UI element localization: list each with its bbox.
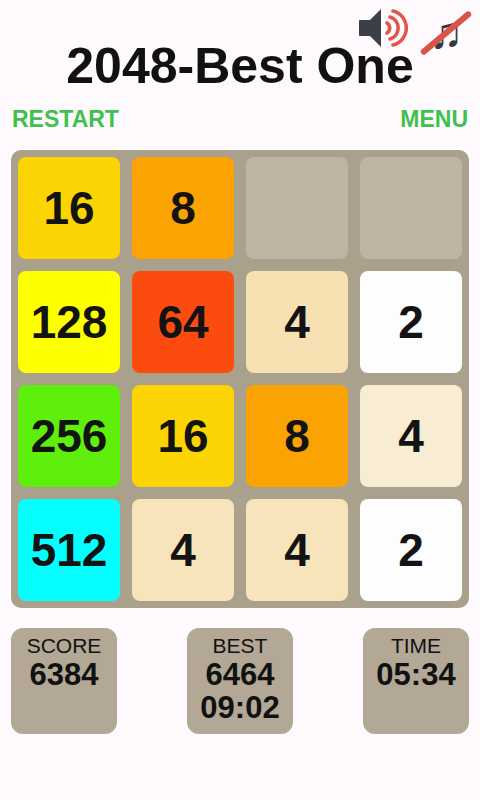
screen: ♫ 2048-Best One RESTART MENU 16812864422… bbox=[0, 40, 480, 734]
tile-256: 256 bbox=[18, 385, 120, 487]
tile-512: 512 bbox=[18, 499, 120, 601]
tile-64: 64 bbox=[132, 271, 234, 373]
tile-4: 4 bbox=[132, 499, 234, 601]
score-label: SCORE bbox=[11, 634, 117, 658]
time-value: 05:34 bbox=[363, 658, 469, 691]
tile-8: 8 bbox=[246, 385, 348, 487]
score-box: SCORE 6384 bbox=[11, 628, 117, 734]
tile-4: 4 bbox=[246, 499, 348, 601]
empty-cell bbox=[360, 157, 462, 259]
best-time-value: 09:02 bbox=[187, 691, 293, 724]
tile-4: 4 bbox=[246, 271, 348, 373]
board-grid[interactable]: 16812864422561684512442 bbox=[11, 150, 469, 608]
restart-button[interactable]: RESTART bbox=[12, 106, 119, 133]
empty-cell bbox=[246, 157, 348, 259]
tile-4: 4 bbox=[360, 385, 462, 487]
tile-2: 2 bbox=[360, 271, 462, 373]
time-box: TIME 05:34 bbox=[363, 628, 469, 734]
best-label: BEST bbox=[187, 634, 293, 658]
menu-button[interactable]: MENU bbox=[400, 106, 468, 133]
tile-16: 16 bbox=[132, 385, 234, 487]
best-box: BEST 6464 09:02 bbox=[187, 628, 293, 734]
score-value: 6384 bbox=[11, 658, 117, 691]
best-score-value: 6464 bbox=[187, 658, 293, 691]
tile-8: 8 bbox=[132, 157, 234, 259]
sound-on-icon[interactable] bbox=[358, 5, 408, 51]
tile-16: 16 bbox=[18, 157, 120, 259]
menu-row: RESTART MENU bbox=[0, 106, 480, 133]
tile-2: 2 bbox=[360, 499, 462, 601]
music-muted-icon[interactable]: ♫ bbox=[420, 5, 472, 59]
header-icons: ♫ bbox=[358, 5, 472, 61]
time-label: TIME bbox=[363, 634, 469, 658]
tile-128: 128 bbox=[18, 271, 120, 373]
stats-row: SCORE 6384 BEST 6464 09:02 TIME 05:34 bbox=[0, 628, 480, 734]
